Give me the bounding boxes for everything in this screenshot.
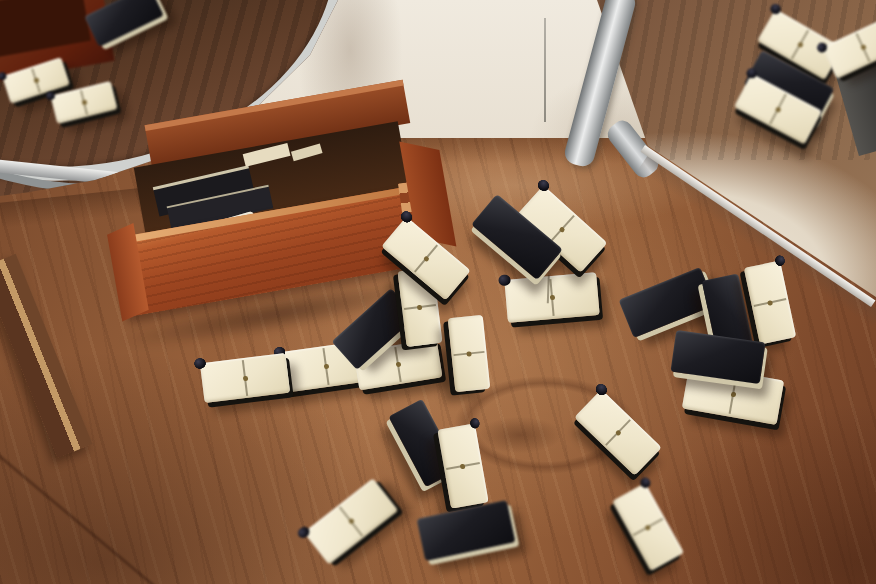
- brass-pin-icon: [549, 294, 554, 299]
- brass-pin-icon: [242, 375, 248, 381]
- pip-icon: [194, 358, 206, 369]
- photo-scene: [0, 0, 876, 584]
- domino-0-1: [504, 272, 599, 323]
- scattered-dominoes: [0, 0, 876, 584]
- brass-pin-icon: [323, 363, 329, 369]
- brass-pin-icon: [395, 361, 401, 367]
- domino-face-down: [619, 267, 716, 338]
- domino-1-4: [200, 353, 290, 403]
- pip-icon: [594, 382, 608, 396]
- pip-icon: [399, 209, 413, 223]
- pip-icon: [498, 274, 510, 286]
- domino-5-5: [612, 483, 684, 571]
- brass-pin-icon: [466, 350, 471, 355]
- pip-icon: [296, 525, 311, 540]
- domino-4-4: [304, 478, 399, 564]
- domino-0-0: [448, 314, 491, 391]
- pip-icon: [639, 476, 652, 489]
- domino-face-down: [417, 499, 516, 560]
- domino-2-1: [437, 423, 488, 508]
- pip-icon: [469, 418, 480, 429]
- domino-3-3: [744, 260, 796, 344]
- pip-icon: [775, 254, 786, 265]
- brass-pin-icon: [730, 391, 736, 397]
- pip-icon: [536, 178, 551, 193]
- domino-5-4: [574, 389, 662, 475]
